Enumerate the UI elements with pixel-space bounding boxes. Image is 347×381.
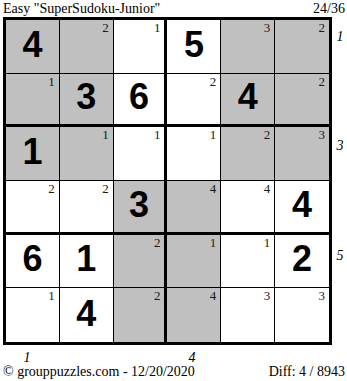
page-title: Easy "SuperSudoku-Junior" (3, 1, 160, 17)
cell-r1c2[interactable]: 2 (60, 20, 114, 74)
cell-r1c6[interactable]: 2 (275, 20, 329, 74)
cell-r6c4[interactable]: 4 (167, 288, 221, 342)
corner-mark: 2 (154, 236, 161, 250)
corner-mark: 2 (154, 289, 161, 303)
cell-r1c3[interactable]: 1 (114, 20, 168, 74)
cell-r5c6[interactable]: 2 (275, 235, 329, 289)
corner-mark: 3 (264, 21, 271, 35)
given-digit: 3 (129, 187, 149, 223)
puzzle-page: Easy "SuperSudoku-Junior" 24/36 42153213… (0, 0, 347, 381)
corner-mark: 1 (154, 128, 161, 142)
cell-r6c1[interactable]: 1 (6, 288, 60, 342)
corner-mark: 3 (264, 289, 271, 303)
corner-mark: 1 (48, 289, 55, 303)
cell-r2c1[interactable]: 1 (6, 74, 60, 128)
corner-mark: 4 (210, 182, 217, 196)
cell-r4c3[interactable]: 3 (114, 181, 168, 235)
corner-mark: 3 (318, 128, 325, 142)
given-digit: 6 (22, 241, 42, 277)
corner-mark: 1 (102, 128, 109, 142)
cell-r5c3[interactable]: 2 (114, 235, 168, 289)
corner-mark: 1 (210, 236, 217, 250)
cell-r1c4[interactable]: 5 (167, 20, 221, 74)
cell-r4c1[interactable]: 2 (6, 181, 60, 235)
given-digit: 1 (76, 241, 96, 277)
cell-r5c1[interactable]: 6 (6, 235, 60, 289)
cell-r2c5[interactable]: 4 (221, 74, 275, 128)
corner-mark: 2 (210, 75, 217, 89)
corner-mark: 1 (264, 236, 271, 250)
given-digit: 2 (292, 241, 312, 277)
cell-r4c4[interactable]: 4 (167, 181, 221, 235)
row-label-3: 3 (333, 138, 347, 154)
cell-r5c5[interactable]: 1 (221, 235, 275, 289)
corner-mark: 2 (102, 21, 109, 35)
given-digit: 5 (184, 27, 204, 63)
clue-counter: 24/36 (313, 1, 345, 17)
difficulty: Diff: 4 / 8943 (269, 364, 345, 380)
corner-mark: 1 (210, 128, 217, 142)
given-digit: 1 (22, 134, 42, 170)
cell-r4c2[interactable]: 2 (60, 181, 114, 235)
cell-r5c4[interactable]: 1 (167, 235, 221, 289)
cell-r6c6[interactable]: 3 (275, 288, 329, 342)
corner-mark: 2 (318, 21, 325, 35)
corner-mark: 1 (154, 21, 161, 35)
cell-r4c6[interactable]: 4 (275, 181, 329, 235)
cell-r3c5[interactable]: 2 (221, 127, 275, 181)
corner-mark: 4 (210, 289, 217, 303)
given-digit: 4 (238, 79, 258, 115)
corner-mark: 2 (48, 182, 55, 196)
given-digit: 4 (22, 27, 42, 63)
cell-r6c5[interactable]: 3 (221, 288, 275, 342)
row-label-5: 5 (333, 248, 347, 264)
given-digit: 4 (76, 296, 96, 332)
corner-mark: 2 (264, 128, 271, 142)
corner-mark: 2 (318, 75, 325, 89)
cell-r6c2[interactable]: 4 (60, 288, 114, 342)
corner-mark: 4 (264, 182, 271, 196)
cell-r2c3[interactable]: 6 (114, 74, 168, 128)
cell-r3c6[interactable]: 3 (275, 127, 329, 181)
row-label-1: 1 (333, 29, 347, 45)
cell-r3c2[interactable]: 1 (60, 127, 114, 181)
cell-r6c3[interactable]: 2 (114, 288, 168, 342)
sudoku-board: 421532136242111123223444612112142433 (3, 17, 332, 345)
cell-r3c1[interactable]: 1 (6, 127, 60, 181)
cell-r1c1[interactable]: 4 (6, 20, 60, 74)
cell-r5c2[interactable]: 1 (60, 235, 114, 289)
cell-r2c6[interactable]: 2 (275, 74, 329, 128)
cell-r3c3[interactable]: 1 (114, 127, 168, 181)
cell-r4c5[interactable]: 4 (221, 181, 275, 235)
copyright: © grouppuzzles.com - 12/20/2020 (3, 364, 195, 380)
cell-r3c4[interactable]: 1 (167, 127, 221, 181)
given-digit: 6 (129, 79, 149, 115)
given-digit: 3 (76, 79, 96, 115)
corner-mark: 1 (48, 75, 55, 89)
cell-r2c4[interactable]: 2 (167, 74, 221, 128)
given-digit: 4 (292, 187, 312, 223)
cell-r2c2[interactable]: 3 (60, 74, 114, 128)
cell-r1c5[interactable]: 3 (221, 20, 275, 74)
corner-mark: 2 (102, 182, 109, 196)
corner-mark: 3 (318, 289, 325, 303)
